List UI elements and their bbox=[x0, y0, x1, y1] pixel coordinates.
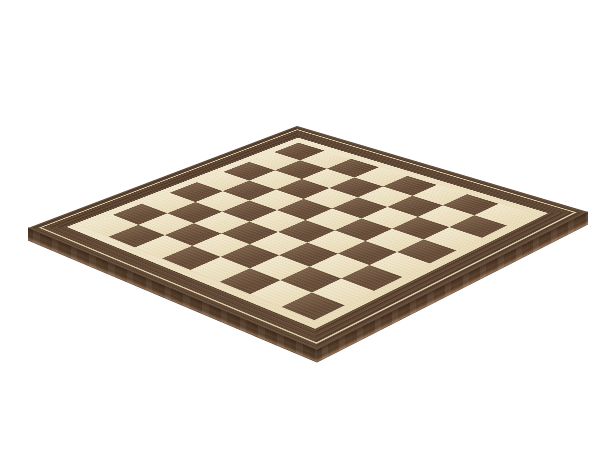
chess-board[interactable] bbox=[28, 126, 588, 350]
board-grid bbox=[83, 143, 531, 321]
product-photo bbox=[0, 0, 600, 450]
playing-field bbox=[67, 138, 549, 329]
